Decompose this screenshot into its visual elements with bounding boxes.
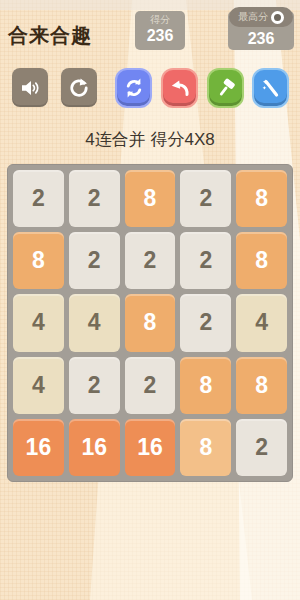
score-box: 得分 236 [135,11,185,50]
tile[interactable]: 8 [13,232,64,289]
tile[interactable]: 2 [125,357,176,414]
tile[interactable]: 2 [69,170,120,227]
best-score-value: 236 [228,30,294,48]
tile[interactable]: 8 [180,357,231,414]
tile[interactable]: 16 [13,419,64,476]
tile[interactable]: 2 [180,170,231,227]
record-icon [271,11,284,24]
best-score-box: 最高分 236 [228,11,294,50]
tile[interactable]: 8 [236,170,287,227]
tile[interactable]: 8 [236,357,287,414]
tile[interactable]: 16 [69,419,120,476]
score-value: 236 [135,26,185,46]
undo-button[interactable] [161,68,198,108]
tile[interactable]: 4 [13,294,64,351]
tile[interactable]: 8 [180,419,231,476]
refresh-icon [122,76,146,100]
tile[interactable]: 16 [125,419,176,476]
tile[interactable]: 2 [125,232,176,289]
best-score-pill: 最高分 [229,7,293,27]
speaker-icon [18,76,42,100]
game-board[interactable]: 2282882228448244228816161682 [7,164,293,482]
tile[interactable]: 2 [180,294,231,351]
tile[interactable]: 8 [236,232,287,289]
undo-arrow-icon [168,76,192,100]
game-screen: 合来合趣 得分 236 最高分 236 [0,0,300,600]
best-score-label: 最高分 [238,10,268,24]
tile[interactable]: 2 [13,170,64,227]
merge-message: 4连合并 得分4X8 [0,128,300,151]
magic-wand-icon [259,76,283,100]
tile[interactable]: 4 [236,294,287,351]
tile[interactable]: 2 [69,232,120,289]
hammer-button[interactable] [207,68,244,108]
tile[interactable]: 8 [125,170,176,227]
tile[interactable]: 8 [125,294,176,351]
magic-wand-button[interactable] [252,68,289,108]
tile[interactable]: 2 [69,357,120,414]
app-title: 合来合趣 [8,22,92,49]
tile[interactable]: 2 [180,232,231,289]
hammer-icon [214,76,238,100]
sound-button[interactable] [12,68,48,107]
tile[interactable]: 4 [13,357,64,414]
tile[interactable]: 4 [69,294,120,351]
score-label: 得分 [135,11,185,26]
restart-button[interactable] [61,68,97,107]
restart-icon [67,76,91,100]
shuffle-button[interactable] [115,68,152,108]
tile[interactable]: 2 [236,419,287,476]
